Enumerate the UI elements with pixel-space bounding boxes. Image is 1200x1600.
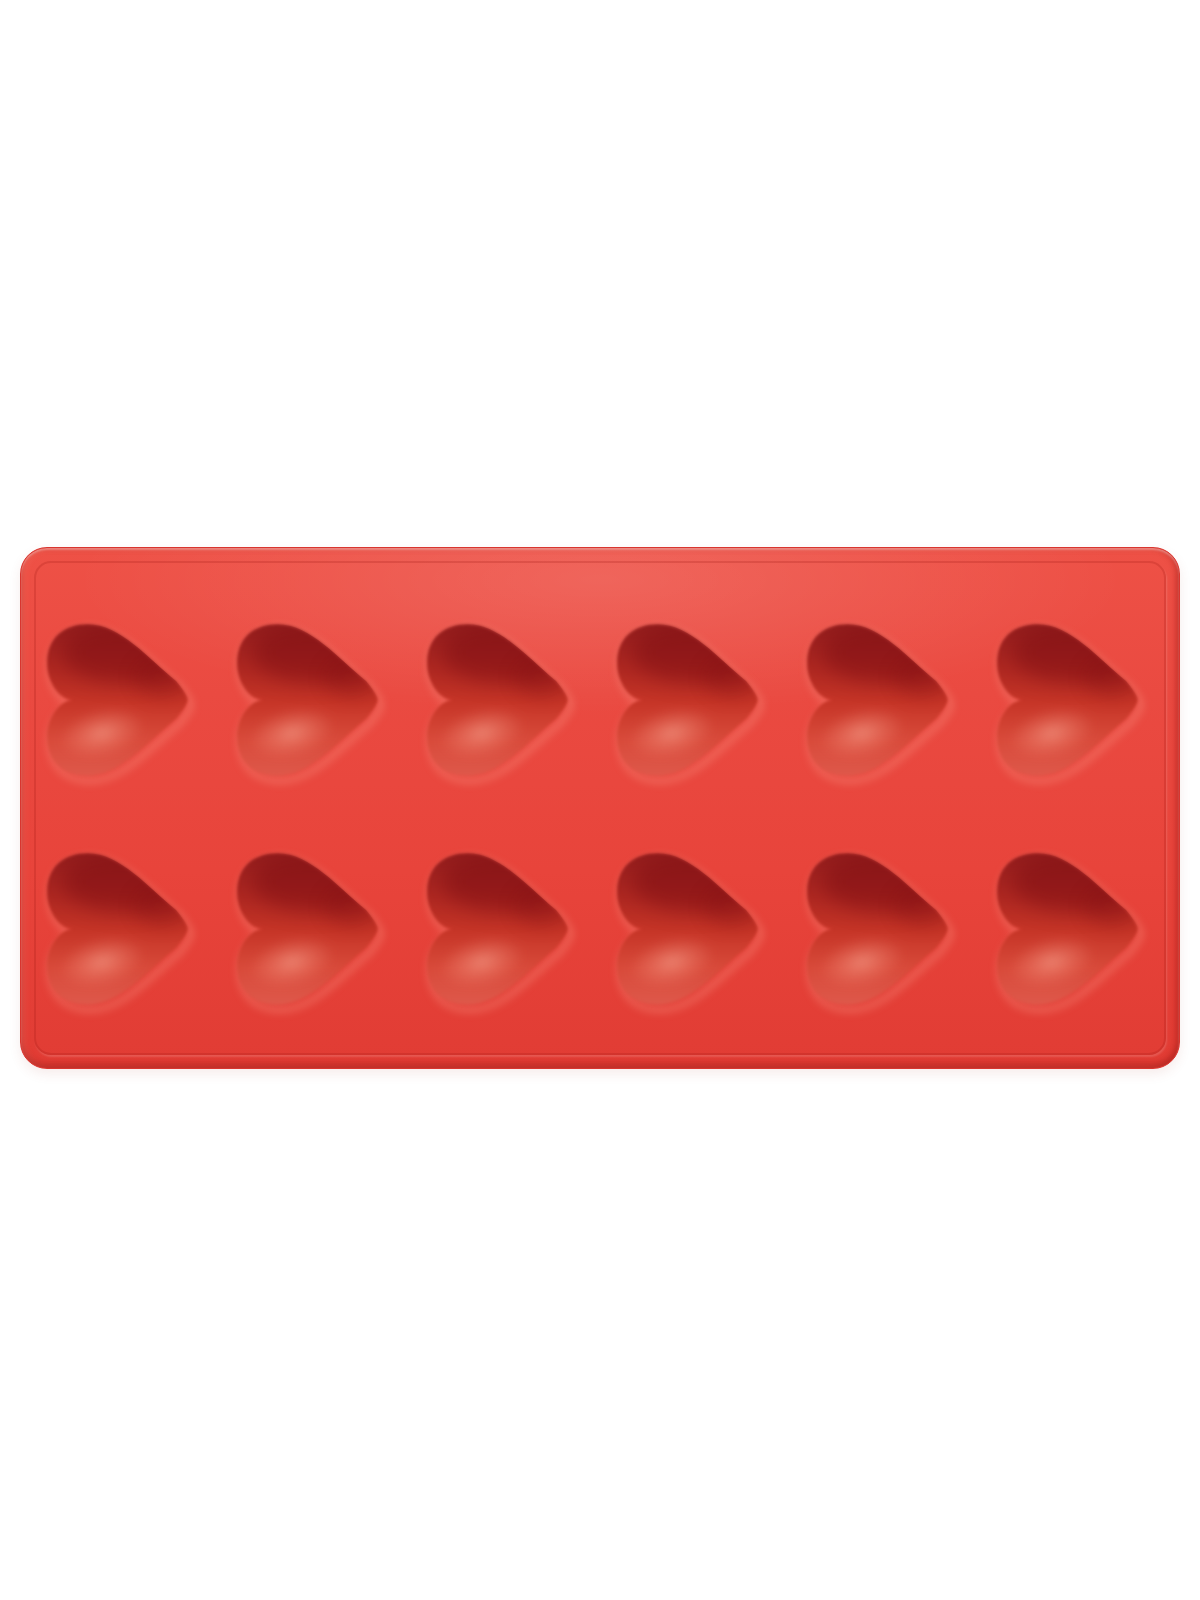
heart-cavity-r1c4 bbox=[614, 617, 766, 783]
cavity-point-shadow bbox=[894, 657, 950, 697]
heart-cavity-shape bbox=[44, 846, 196, 1012]
cavity-point-shadow bbox=[1084, 886, 1140, 926]
heart-cavity-r2c2 bbox=[234, 846, 386, 1012]
heart-cavity-shape bbox=[424, 617, 576, 783]
heart-cavity-shape bbox=[424, 846, 576, 1012]
heart-cavity-r1c5 bbox=[804, 617, 956, 783]
silicone-tray bbox=[20, 547, 1180, 1069]
heart-cavity-r1c3 bbox=[424, 617, 576, 783]
heart-cavity-r2c6 bbox=[994, 846, 1146, 1012]
heart-cavity-shape bbox=[44, 617, 196, 783]
heart-cavity-r2c5 bbox=[804, 846, 956, 1012]
heart-cavity-shape bbox=[994, 617, 1146, 783]
cavity-point-shadow bbox=[704, 886, 760, 926]
heart-cavity-shape bbox=[614, 617, 766, 783]
heart-cavity-shape bbox=[234, 617, 386, 783]
heart-cavity-r2c4 bbox=[614, 846, 766, 1012]
heart-cavity-r2c3 bbox=[424, 846, 576, 1012]
heart-cavity-r1c6 bbox=[994, 617, 1146, 783]
cavity-point-shadow bbox=[324, 657, 380, 697]
cavity-point-shadow bbox=[134, 657, 190, 697]
heart-cavity-shape bbox=[994, 846, 1146, 1012]
cavity-grid bbox=[21, 548, 1179, 1068]
heart-cavity-r1c2 bbox=[234, 617, 386, 783]
cavity-point-shadow bbox=[1084, 657, 1140, 697]
cavity-point-shadow bbox=[324, 886, 380, 926]
cavity-point-shadow bbox=[514, 657, 570, 697]
cavity-point-shadow bbox=[704, 657, 760, 697]
heart-cavity-shape bbox=[614, 846, 766, 1012]
product-photo bbox=[0, 0, 1200, 1600]
heart-cavity-shape bbox=[804, 617, 956, 783]
cavity-point-shadow bbox=[134, 886, 190, 926]
heart-cavity-shape bbox=[234, 846, 386, 1012]
heart-cavity-r2c1 bbox=[44, 846, 196, 1012]
cavity-point-shadow bbox=[514, 886, 570, 926]
heart-cavity-shape bbox=[804, 846, 956, 1012]
cavity-point-shadow bbox=[894, 886, 950, 926]
heart-cavity-r1c1 bbox=[44, 617, 196, 783]
